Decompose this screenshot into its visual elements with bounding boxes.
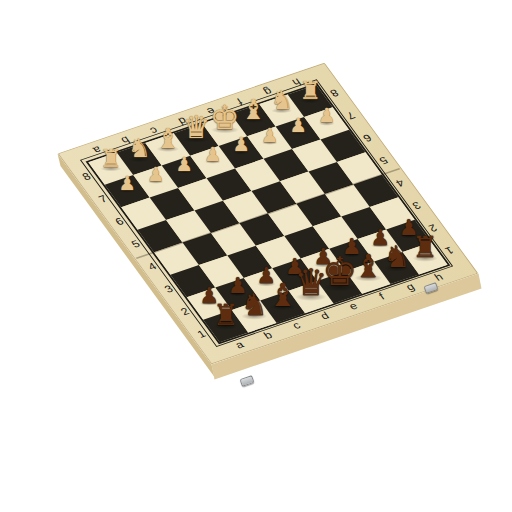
file-label-bottom-d: d [319,311,332,322]
piece-dark-knight-b1[interactable]: ♞ [241,290,268,320]
piece-light-knight-b8[interactable]: ♞ [128,136,151,162]
piece-light-pawn-f7[interactable]: ♟ [261,126,278,145]
file-label-bottom-g: g [404,282,417,293]
file-label-bottom-b: b [262,330,275,341]
piece-dark-rook-h1[interactable]: ♜ [412,233,438,262]
piece-light-pawn-d7[interactable]: ♟ [204,145,221,164]
piece-light-pawn-e7[interactable]: ♟ [232,135,249,154]
piece-dark-bishop-c1[interactable]: ♝ [268,278,297,310]
piece-light-bishop-c8[interactable]: ♝ [155,125,180,152]
piece-dark-queen-d1[interactable]: ♛ [295,265,328,302]
piece-dark-bishop-f1[interactable]: ♝ [354,249,383,281]
piece-dark-knight-g1[interactable]: ♞ [383,242,410,272]
piece-light-pawn-a7[interactable]: ♟ [119,174,136,193]
file-label-bottom-a: a [233,340,246,351]
piece-light-pawn-b7[interactable]: ♟ [147,164,164,183]
file-label-bottom-e: e [347,301,360,312]
piece-light-king-e8[interactable]: ♚ [210,101,240,134]
file-label-bottom-f: f [377,292,387,302]
file-label-bottom-h: h [433,272,446,283]
piece-light-pawn-h7[interactable]: ♟ [318,106,335,125]
file-label-bottom-c: c [291,320,303,331]
piece-light-rook-a8[interactable]: ♜ [100,147,122,172]
product-photo-canvas: aabbccddeeffgghh1122334455667788 ♜♞♝♟♚♟♛… [0,0,512,512]
piece-light-pawn-c7[interactable]: ♟ [175,155,192,174]
piece-light-knight-g8[interactable]: ♞ [270,88,293,114]
piece-light-rook-h8[interactable]: ♜ [299,79,321,104]
piece-dark-rook-a1[interactable]: ♜ [213,301,239,330]
piece-light-queen-d8[interactable]: ♛ [182,112,210,143]
piece-light-pawn-g7[interactable]: ♟ [289,116,306,135]
piece-light-bishop-f8[interactable]: ♝ [241,96,266,123]
